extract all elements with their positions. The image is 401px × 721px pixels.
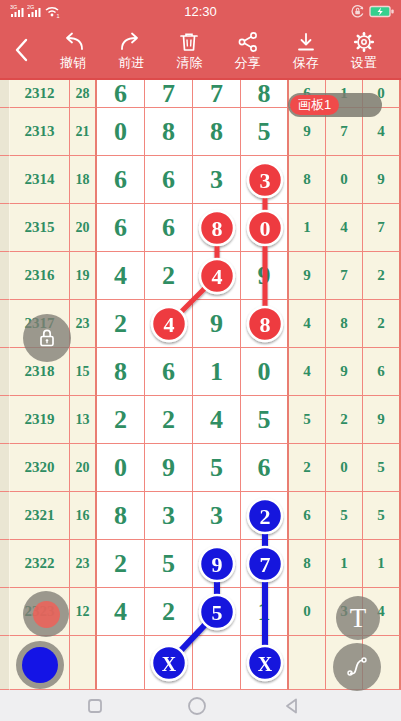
tail-cell: 8 bbox=[289, 540, 326, 588]
tail-cell: 5 bbox=[363, 492, 401, 540]
tail-cell: 2 bbox=[363, 300, 401, 348]
gutter-cell bbox=[0, 252, 10, 300]
sum-cell: 18 bbox=[70, 156, 97, 204]
back-button[interactable] bbox=[0, 21, 44, 79]
digit-cell: 3 bbox=[145, 492, 193, 540]
gutter-cell bbox=[0, 588, 10, 636]
back-nav-button[interactable] bbox=[282, 690, 302, 721]
gutter-cell bbox=[0, 636, 10, 690]
gutter-cell bbox=[0, 540, 10, 588]
trend-chart-board: 2312286778610231321088597423141866338092… bbox=[0, 80, 401, 690]
gutter-cell bbox=[0, 300, 10, 348]
period-cell: 2315 bbox=[10, 204, 70, 252]
tail-cell: 8 bbox=[326, 300, 363, 348]
lock-icon bbox=[35, 326, 59, 350]
digit-cell: 1 bbox=[241, 588, 289, 636]
digit-cell: 2 bbox=[97, 540, 145, 588]
sum-cell: 19 bbox=[70, 252, 97, 300]
recents-square-icon bbox=[87, 698, 103, 714]
red-swatch bbox=[33, 601, 60, 628]
sum-cell: 20 bbox=[70, 204, 97, 252]
digit-cell: 5 bbox=[241, 108, 289, 156]
gutter-cell bbox=[0, 348, 10, 396]
undo-button[interactable]: 撤销 bbox=[49, 31, 97, 70]
digit-cell: 8 bbox=[193, 108, 241, 156]
digit-cell: 0 bbox=[241, 348, 289, 396]
digit-cell: 4 bbox=[145, 300, 193, 348]
digit-cell: 6 bbox=[97, 80, 145, 108]
share-icon bbox=[237, 31, 259, 53]
digit-cell: 2 bbox=[145, 252, 193, 300]
digit-cell: 6 bbox=[97, 156, 145, 204]
sum-cell bbox=[70, 636, 97, 690]
tail-cell: 7 bbox=[363, 204, 401, 252]
digit-cell: 3 bbox=[241, 156, 289, 204]
lock-tool-button[interactable] bbox=[23, 314, 71, 362]
recents-button[interactable] bbox=[85, 690, 105, 721]
tail-cell: 9 bbox=[363, 396, 401, 444]
sum-cell: 15 bbox=[70, 348, 97, 396]
status-bar: 3G 2G 1 12:30 bbox=[0, 0, 401, 22]
digit-cell bbox=[97, 636, 145, 690]
digit-cell: 3 bbox=[193, 492, 241, 540]
tail-cell bbox=[289, 636, 326, 690]
tail-cell: 9 bbox=[289, 252, 326, 300]
tail-cell: 2 bbox=[363, 252, 401, 300]
sum-cell: 23 bbox=[70, 300, 97, 348]
tail-cell: 5 bbox=[289, 396, 326, 444]
gutter-cell bbox=[0, 396, 10, 444]
digit-cell: 2 bbox=[145, 396, 193, 444]
tail-cell: 5 bbox=[363, 444, 401, 492]
digit-cell: 9 bbox=[241, 252, 289, 300]
period-cell: 2314 bbox=[10, 156, 70, 204]
digit-cell: 5 bbox=[145, 540, 193, 588]
tail-cell: 0 bbox=[289, 588, 326, 636]
tail-cell: 4 bbox=[289, 348, 326, 396]
tail-cell: 6 bbox=[289, 492, 326, 540]
tail-cell: 0 bbox=[326, 156, 363, 204]
digit-cell: 6 bbox=[97, 204, 145, 252]
digit-cell: 6 bbox=[145, 156, 193, 204]
back-chevron-icon bbox=[11, 37, 33, 63]
clear-button[interactable]: 清除 bbox=[165, 31, 213, 70]
redo-label: 前进 bbox=[118, 56, 144, 70]
digit-cell: 0 bbox=[97, 108, 145, 156]
home-circle-icon bbox=[187, 696, 207, 716]
digit-cell: 2 bbox=[97, 300, 145, 348]
tail-cell: 0 bbox=[326, 444, 363, 492]
back-triangle-icon bbox=[283, 697, 301, 715]
tail-cell: 1 bbox=[289, 204, 326, 252]
sum-cell: 20 bbox=[70, 444, 97, 492]
digit-cell: 8 bbox=[241, 80, 289, 108]
canvas-tab-label: 画板1 bbox=[290, 95, 339, 115]
digit-cell: 7 bbox=[193, 80, 241, 108]
digit-cell: 3 bbox=[193, 156, 241, 204]
blue-swatch bbox=[22, 647, 58, 683]
digit-cell: 5 bbox=[241, 396, 289, 444]
digit-cell: 8 bbox=[97, 348, 145, 396]
gutter-cell bbox=[0, 108, 10, 156]
period-cell: 2312 bbox=[10, 80, 70, 108]
digit-cell: 8 bbox=[145, 108, 193, 156]
canvas-tab[interactable]: 画板1 bbox=[288, 93, 382, 117]
digit-cell: 0 bbox=[241, 204, 289, 252]
battery-charging-icon bbox=[369, 4, 395, 19]
download-icon bbox=[295, 31, 317, 53]
digit-cell: 4 bbox=[193, 252, 241, 300]
tail-cell: 6 bbox=[363, 348, 401, 396]
gutter-cell bbox=[0, 492, 10, 540]
sum-cell: 23 bbox=[70, 540, 97, 588]
tail-cell: 2 bbox=[289, 444, 326, 492]
tail-cell: 2 bbox=[326, 396, 363, 444]
digit-cell: 2 bbox=[145, 588, 193, 636]
digit-cell: 2 bbox=[241, 492, 289, 540]
digit-cell: 9 bbox=[145, 444, 193, 492]
sum-cell: 21 bbox=[70, 108, 97, 156]
sum-cell: 13 bbox=[70, 396, 97, 444]
period-cell: 2319 bbox=[10, 396, 70, 444]
share-label: 分享 bbox=[235, 56, 261, 70]
tail-cell: 4 bbox=[289, 300, 326, 348]
settings-button[interactable]: 设置 bbox=[340, 31, 388, 70]
digit-cell: 6 bbox=[145, 348, 193, 396]
digit-cell: 0 bbox=[97, 444, 145, 492]
drawing-toolbar: 撤销 前进 清除 bbox=[0, 22, 401, 80]
gutter-cell bbox=[0, 156, 10, 204]
tail-cell: 5 bbox=[326, 492, 363, 540]
digit-cell: 8 bbox=[241, 300, 289, 348]
redo-icon bbox=[118, 31, 144, 53]
digit-cell: 6 bbox=[145, 204, 193, 252]
digit-cell: 8 bbox=[97, 492, 145, 540]
share-button[interactable]: 分享 bbox=[224, 31, 272, 70]
period-cell: 2320 bbox=[10, 444, 70, 492]
redo-button[interactable]: 前进 bbox=[107, 31, 155, 70]
digit-cell: 8 bbox=[193, 204, 241, 252]
tail-cell: 9 bbox=[363, 156, 401, 204]
tail-cell: 1 bbox=[326, 540, 363, 588]
gutter-cell bbox=[0, 204, 10, 252]
digit-cell: 4 bbox=[97, 252, 145, 300]
undo-icon bbox=[60, 31, 86, 53]
undo-label: 撤销 bbox=[60, 56, 86, 70]
digit-cell: 7 bbox=[241, 540, 289, 588]
digit-cell: 6 bbox=[241, 444, 289, 492]
sum-cell: 28 bbox=[70, 80, 97, 108]
rotation-lock-icon bbox=[350, 4, 365, 19]
sum-cell: 12 bbox=[70, 588, 97, 636]
settings-label: 设置 bbox=[351, 56, 377, 70]
tail-cell: 8 bbox=[289, 156, 326, 204]
curve-path-icon bbox=[343, 653, 371, 681]
digit-cell bbox=[145, 636, 193, 690]
period-cell: 2313 bbox=[10, 108, 70, 156]
gear-icon bbox=[353, 31, 375, 53]
blue-color-swatch-button[interactable] bbox=[16, 641, 64, 689]
save-label: 保存 bbox=[293, 56, 319, 70]
sum-cell: 16 bbox=[70, 492, 97, 540]
tail-cell: 1 bbox=[363, 540, 401, 588]
tail-cell: 9 bbox=[326, 348, 363, 396]
red-color-swatch-button[interactable] bbox=[23, 591, 69, 637]
digit-cell: 5 bbox=[193, 444, 241, 492]
digit-cell: 4 bbox=[97, 588, 145, 636]
period-cell: 2316 bbox=[10, 252, 70, 300]
digit-cell: 9 bbox=[193, 540, 241, 588]
digit-cell: 1 bbox=[193, 348, 241, 396]
period-cell: 2321 bbox=[10, 492, 70, 540]
tail-cell: 7 bbox=[326, 252, 363, 300]
home-button[interactable] bbox=[187, 690, 207, 721]
save-button[interactable]: 保存 bbox=[282, 31, 330, 70]
android-nav-bar bbox=[0, 690, 401, 721]
digit-cell bbox=[193, 636, 241, 690]
digit-cell: 2 bbox=[97, 396, 145, 444]
gutter-cell bbox=[0, 444, 10, 492]
tail-cell: 4 bbox=[326, 204, 363, 252]
text-tool-button[interactable]: T bbox=[336, 596, 380, 640]
clear-label: 清除 bbox=[176, 56, 202, 70]
digit-cell: 4 bbox=[193, 396, 241, 444]
digit-cell: 7 bbox=[145, 80, 193, 108]
digit-cell: 5 bbox=[193, 588, 241, 636]
gutter-cell bbox=[0, 80, 10, 108]
digit-cell bbox=[241, 636, 289, 690]
curve-tool-button[interactable] bbox=[333, 643, 381, 691]
trash-icon bbox=[178, 31, 200, 53]
digit-cell: 9 bbox=[193, 300, 241, 348]
clock: 12:30 bbox=[0, 4, 401, 19]
text-tool-glyph: T bbox=[350, 603, 367, 634]
period-cell: 2322 bbox=[10, 540, 70, 588]
